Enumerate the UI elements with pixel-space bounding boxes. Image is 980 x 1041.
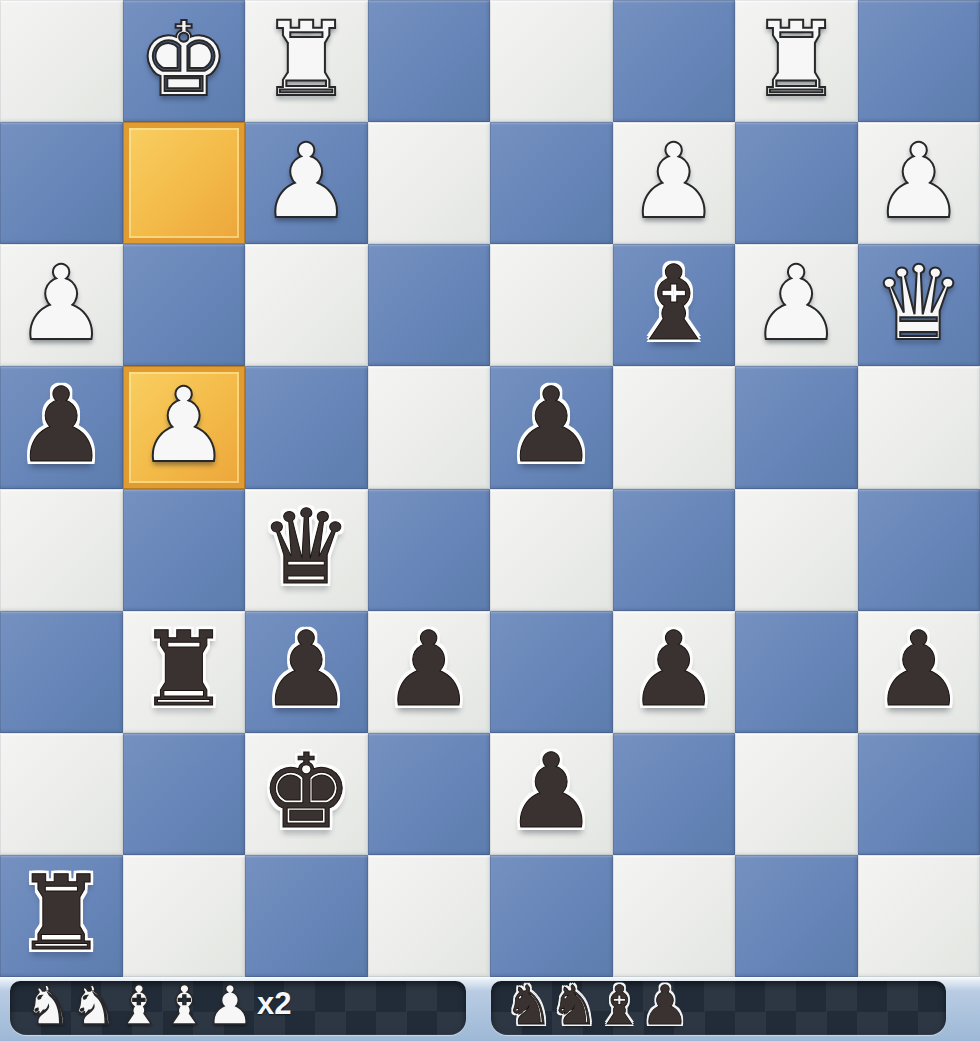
square-h3[interactable]: ♟ [0, 244, 123, 366]
square-d6[interactable] [490, 611, 613, 733]
square-e1[interactable] [368, 0, 491, 122]
square-c5[interactable] [613, 489, 736, 611]
piece-black-pawn[interactable]: ♟ [15, 374, 107, 477]
square-a6[interactable]: ♟ [858, 611, 980, 733]
square-d3[interactable] [490, 244, 613, 366]
square-b6[interactable] [735, 611, 858, 733]
captured-black-pawn-icon: ♟ [641, 981, 689, 1031]
piece-black-bishop[interactable]: ♝ [628, 252, 720, 355]
piece-black-pawn[interactable]: ♟ [505, 740, 597, 843]
square-g3[interactable] [123, 244, 246, 366]
square-f1[interactable]: ♜ [245, 0, 368, 122]
square-c6[interactable]: ♟ [613, 611, 736, 733]
square-f6[interactable]: ♟ [245, 611, 368, 733]
captured-pieces-bar: ♞♞♝♝♟x2 ♞♞♝♟ [0, 977, 980, 1041]
captured-white-pawn-icon: ♟ [206, 981, 254, 1031]
captured-black-pieces-tray: ♞♞♝♟ [491, 981, 947, 1035]
square-g7[interactable] [123, 733, 246, 855]
square-e6[interactable]: ♟ [368, 611, 491, 733]
square-g2[interactable] [123, 122, 246, 244]
captured-white-pawn-count-label: x2 [251, 986, 291, 1031]
square-a2[interactable]: ♟ [858, 122, 980, 244]
square-e4[interactable] [368, 366, 491, 488]
square-b5[interactable] [735, 489, 858, 611]
square-h8[interactable]: ♜ [0, 855, 123, 977]
square-d2[interactable] [490, 122, 613, 244]
piece-white-rook[interactable]: ♜ [750, 8, 842, 111]
square-c4[interactable] [613, 366, 736, 488]
piece-black-king[interactable]: ♚ [260, 740, 352, 843]
captured-white-pieces-tray: ♞♞♝♝♟x2 [10, 981, 466, 1035]
piece-white-queen[interactable]: ♛ [873, 252, 965, 355]
square-e3[interactable] [368, 244, 491, 366]
square-b4[interactable] [735, 366, 858, 488]
square-f5[interactable]: ♛ [245, 489, 368, 611]
square-e2[interactable] [368, 122, 491, 244]
square-c7[interactable] [613, 733, 736, 855]
piece-black-queen[interactable]: ♛ [260, 496, 352, 599]
captured-black-knight-icon: ♞ [505, 981, 553, 1031]
square-h1[interactable] [0, 0, 123, 122]
captured-white-knight-icon: ♞ [24, 981, 72, 1031]
piece-black-pawn[interactable]: ♟ [505, 374, 597, 477]
square-c8[interactable] [613, 855, 736, 977]
square-b1[interactable]: ♜ [735, 0, 858, 122]
piece-white-king[interactable]: ♚ [138, 8, 230, 111]
square-d8[interactable] [490, 855, 613, 977]
square-d4[interactable]: ♟ [490, 366, 613, 488]
square-f4[interactable] [245, 366, 368, 488]
piece-black-pawn[interactable]: ♟ [628, 618, 720, 721]
piece-black-pawn[interactable]: ♟ [383, 618, 475, 721]
square-b7[interactable] [735, 733, 858, 855]
square-c1[interactable] [613, 0, 736, 122]
piece-white-pawn[interactable]: ♟ [628, 130, 720, 233]
chess-app: ♚♜♜♟♟♟♟♝♟♛♟♟♟♛♜♟♟♟♟♚♟♜ ♞♞♝♝♟x2 ♞♞♝♟ [0, 0, 980, 1041]
square-f3[interactable] [245, 244, 368, 366]
square-h2[interactable] [0, 122, 123, 244]
square-f7[interactable]: ♚ [245, 733, 368, 855]
square-g4[interactable]: ♟ [123, 366, 246, 488]
piece-white-pawn[interactable]: ♟ [750, 252, 842, 355]
captured-white-bishop-icon: ♝ [160, 981, 208, 1031]
piece-white-pawn[interactable]: ♟ [260, 130, 352, 233]
square-g1[interactable]: ♚ [123, 0, 246, 122]
captured-black-knight-icon: ♞ [550, 981, 598, 1031]
square-h7[interactable] [0, 733, 123, 855]
square-a3[interactable]: ♛ [858, 244, 980, 366]
square-b2[interactable] [735, 122, 858, 244]
piece-white-pawn[interactable]: ♟ [15, 252, 107, 355]
square-e8[interactable] [368, 855, 491, 977]
piece-black-rook[interactable]: ♜ [15, 862, 107, 965]
captured-white-bishop-icon: ♝ [115, 981, 163, 1031]
square-e5[interactable] [368, 489, 491, 611]
square-b8[interactable] [735, 855, 858, 977]
square-a8[interactable] [858, 855, 980, 977]
piece-white-rook[interactable]: ♜ [260, 8, 352, 111]
square-d7[interactable]: ♟ [490, 733, 613, 855]
piece-white-pawn[interactable]: ♟ [138, 374, 230, 477]
square-a4[interactable] [858, 366, 980, 488]
piece-black-rook[interactable]: ♜ [138, 618, 230, 721]
piece-white-pawn[interactable]: ♟ [873, 130, 965, 233]
square-b3[interactable]: ♟ [735, 244, 858, 366]
square-a5[interactable] [858, 489, 980, 611]
square-h6[interactable] [0, 611, 123, 733]
chess-board: ♚♜♜♟♟♟♟♝♟♛♟♟♟♛♜♟♟♟♟♚♟♜ [0, 0, 980, 977]
square-d1[interactable] [490, 0, 613, 122]
square-a7[interactable] [858, 733, 980, 855]
square-f8[interactable] [245, 855, 368, 977]
square-d5[interactable] [490, 489, 613, 611]
square-f2[interactable]: ♟ [245, 122, 368, 244]
square-g5[interactable] [123, 489, 246, 611]
square-c3[interactable]: ♝ [613, 244, 736, 366]
captured-black-bishop-icon: ♝ [595, 981, 643, 1031]
captured-white-knight-icon: ♞ [69, 981, 117, 1031]
square-c2[interactable]: ♟ [613, 122, 736, 244]
square-e7[interactable] [368, 733, 491, 855]
square-g6[interactable]: ♜ [123, 611, 246, 733]
piece-black-pawn[interactable]: ♟ [260, 618, 352, 721]
square-h5[interactable] [0, 489, 123, 611]
square-h4[interactable]: ♟ [0, 366, 123, 488]
square-a1[interactable] [858, 0, 980, 122]
piece-black-pawn[interactable]: ♟ [873, 618, 965, 721]
square-g8[interactable] [123, 855, 246, 977]
